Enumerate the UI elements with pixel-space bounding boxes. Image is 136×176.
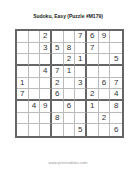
sudoku-cell-r7c8	[99, 101, 111, 113]
sudoku-cell-r7c5: 6	[64, 101, 76, 113]
sudoku-cell-r2c7: 7	[87, 43, 99, 55]
sudoku-cell-r3c1	[17, 54, 29, 66]
sudoku-cell-r8c1	[17, 113, 29, 125]
sudoku-cell-r1c3: 2	[40, 31, 52, 43]
sudoku-cell-r3c5: 2	[64, 54, 76, 66]
sudoku-cell-r9c9: 6	[110, 124, 122, 136]
sudoku-cell-r6c3	[40, 89, 52, 101]
sudoku-cell-r9c7	[87, 124, 99, 136]
sudoku-cell-r3c3	[40, 54, 52, 66]
sudoku-cell-r3c9: 5	[110, 54, 122, 66]
sudoku-cell-r2c1	[17, 43, 29, 55]
sudoku-cell-r7c4	[52, 101, 64, 113]
footer-url: www.printsudoku.com	[0, 160, 136, 165]
sudoku-cell-r8c7	[87, 113, 99, 125]
sudoku-cell-r5c6: 3	[75, 78, 87, 90]
sudoku-cell-r7c6	[75, 101, 87, 113]
sudoku-cell-r3c2	[29, 54, 41, 66]
sudoku-cell-r8c9	[110, 113, 122, 125]
sudoku-cell-r2c4: 5	[52, 43, 64, 55]
sudoku-cell-r8c2	[29, 113, 41, 125]
sudoku-cell-r4c5: 1	[64, 66, 76, 78]
sudoku-cell-r5c9: 7	[110, 78, 122, 90]
sudoku-cell-r6c6	[75, 89, 87, 101]
sudoku-cell-r5c7	[87, 78, 99, 90]
sudoku-cell-r4c7	[87, 66, 99, 78]
sudoku-cell-r2c2	[29, 43, 41, 55]
sudoku-cell-r1c7: 6	[87, 31, 99, 43]
sudoku-grid: 27693587215471123677624496188256	[15, 29, 124, 138]
sudoku-cell-r2c5: 8	[64, 43, 76, 55]
sudoku-cell-r2c9	[110, 43, 122, 55]
sudoku-cell-r8c5	[64, 113, 76, 125]
sudoku-cell-r5c3	[40, 78, 52, 90]
sudoku-page: { "game": "sudoku", "header": { "title":…	[0, 0, 136, 176]
sudoku-cell-r7c7: 1	[87, 101, 99, 113]
sudoku-cell-r5c5	[64, 78, 76, 90]
sudoku-cell-r8c4: 8	[52, 113, 64, 125]
sudoku-cell-r2c3: 3	[40, 43, 52, 55]
sudoku-cell-r7c3: 9	[40, 101, 52, 113]
sudoku-cell-r4c9	[110, 66, 122, 78]
puzzle-title: Sudoku, Easy (Puzzle #M179)	[0, 13, 136, 19]
sudoku-cell-r9c5	[64, 124, 76, 136]
sudoku-cell-r6c4: 6	[52, 89, 64, 101]
sudoku-cell-r2c6	[75, 43, 87, 55]
sudoku-cell-r4c1	[17, 66, 29, 78]
sudoku-cell-r1c8: 9	[99, 31, 111, 43]
sudoku-cell-r7c1	[17, 101, 29, 113]
sudoku-cell-r3c4	[52, 54, 64, 66]
sudoku-cell-r4c4: 7	[52, 66, 64, 78]
sudoku-cell-r1c4	[52, 31, 64, 43]
sudoku-cell-r5c4: 2	[52, 78, 64, 90]
sudoku-cell-r9c8	[99, 124, 111, 136]
sudoku-cell-r6c1: 7	[17, 89, 29, 101]
sudoku-cell-r8c3	[40, 113, 52, 125]
sudoku-cell-r2c8	[99, 43, 111, 55]
sudoku-cell-r6c5	[64, 89, 76, 101]
sudoku-cell-r7c9: 8	[110, 101, 122, 113]
sudoku-cell-r9c2	[29, 124, 41, 136]
sudoku-cell-r5c8: 6	[99, 78, 111, 90]
sudoku-cell-r1c6: 7	[75, 31, 87, 43]
sudoku-cell-r9c3	[40, 124, 52, 136]
sudoku-cell-r5c1: 1	[17, 78, 29, 90]
sudoku-cell-r8c6	[75, 113, 87, 125]
sudoku-cell-r3c8	[99, 54, 111, 66]
sudoku-cell-r9c6: 5	[75, 124, 87, 136]
sudoku-cell-r4c3: 4	[40, 66, 52, 78]
sudoku-cell-r1c2	[29, 31, 41, 43]
sudoku-cell-r6c7: 2	[87, 89, 99, 101]
sudoku-cell-r1c1	[17, 31, 29, 43]
sudoku-cell-r4c8	[99, 66, 111, 78]
sudoku-cell-r3c7	[87, 54, 99, 66]
sudoku-cell-r8c8: 2	[99, 113, 111, 125]
sudoku-cell-r3c6: 1	[75, 54, 87, 66]
sudoku-cell-r1c9	[110, 31, 122, 43]
sudoku-cell-r6c9: 4	[110, 89, 122, 101]
sudoku-cell-r7c2: 4	[29, 101, 41, 113]
sudoku-cell-r4c2	[29, 66, 41, 78]
sudoku-cell-r4c6	[75, 66, 87, 78]
sudoku-cell-r5c2	[29, 78, 41, 90]
sudoku-cell-r6c8	[99, 89, 111, 101]
sudoku-cell-r9c1	[17, 124, 29, 136]
sudoku-cell-r1c5	[64, 31, 76, 43]
sudoku-cell-r9c4	[52, 124, 64, 136]
sudoku-cell-r6c2	[29, 89, 41, 101]
